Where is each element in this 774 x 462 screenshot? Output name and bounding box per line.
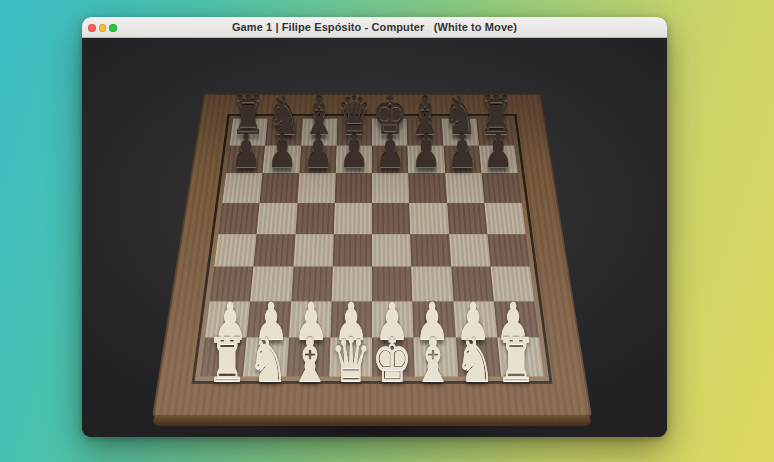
piece-white-bishop-f1[interactable]: ♝: [413, 331, 454, 391]
close-button[interactable]: [88, 24, 96, 32]
square-g4[interactable]: [449, 234, 491, 267]
piece-black-pawn-e7[interactable]: ♟: [375, 129, 405, 174]
piece-black-pawn-h7[interactable]: ♟: [483, 129, 513, 174]
square-h4[interactable]: [487, 234, 530, 267]
square-c6[interactable]: [297, 173, 335, 202]
square-d5[interactable]: [334, 203, 372, 234]
board-edge: [152, 416, 592, 426]
square-a5[interactable]: [218, 203, 259, 234]
piece-black-pawn-d7[interactable]: ♟: [339, 129, 369, 174]
square-g5[interactable]: [447, 203, 487, 234]
square-e6[interactable]: [372, 173, 409, 202]
square-f6[interactable]: [408, 173, 446, 202]
square-h5[interactable]: [484, 203, 525, 234]
square-c4[interactable]: [293, 234, 333, 267]
square-b4[interactable]: [254, 234, 296, 267]
square-d6[interactable]: [335, 173, 372, 202]
square-g6[interactable]: [445, 173, 484, 202]
square-a4[interactable]: [214, 234, 257, 267]
piece-black-pawn-g7[interactable]: ♟: [447, 129, 477, 174]
piece-black-pawn-a7[interactable]: ♟: [230, 129, 260, 174]
piece-white-knight-g1[interactable]: ♞: [454, 331, 495, 391]
minimize-button[interactable]: [99, 24, 107, 32]
piece-white-knight-b1[interactable]: ♞: [248, 331, 289, 391]
piece-white-bishop-c1[interactable]: ♝: [289, 331, 330, 391]
square-h6[interactable]: [481, 173, 521, 202]
piece-black-pawn-c7[interactable]: ♟: [303, 129, 333, 174]
piece-white-queen-d1[interactable]: ♛: [331, 331, 372, 391]
square-f5[interactable]: [409, 203, 448, 234]
piece-white-king-e1[interactable]: ♚: [372, 331, 413, 391]
square-b5[interactable]: [257, 203, 297, 234]
square-f4[interactable]: [410, 234, 450, 267]
chess-window: Game 1 | Filipe Espósito - Computer (Whi…: [82, 17, 667, 437]
zoom-button[interactable]: [109, 24, 117, 32]
window-titlebar[interactable]: Game 1 | Filipe Espósito - Computer (Whi…: [82, 17, 667, 38]
square-a6[interactable]: [222, 173, 262, 202]
square-d4[interactable]: [333, 234, 372, 267]
piece-white-rook-a1[interactable]: ♜: [207, 331, 248, 391]
square-e4[interactable]: [372, 234, 411, 267]
square-c5[interactable]: [295, 203, 334, 234]
window-title: Game 1 | Filipe Espósito - Computer (Whi…: [232, 21, 517, 33]
square-b6[interactable]: [260, 173, 299, 202]
square-e5[interactable]: [372, 203, 410, 234]
piece-black-pawn-f7[interactable]: ♟: [411, 129, 441, 174]
piece-black-pawn-b7[interactable]: ♟: [267, 129, 297, 174]
piece-white-rook-h1[interactable]: ♜: [496, 331, 537, 391]
game-view: ♜♞♝♛♚♝♞♜♟♟♟♟♟♟♟♟♟♟♟♟♟♟♟♟♜♞♝♛♚♝♞♜: [82, 38, 667, 437]
